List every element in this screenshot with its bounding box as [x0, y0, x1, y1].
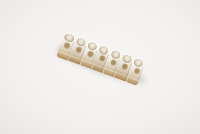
terminal-strip [56, 32, 146, 86]
inner-screw [132, 66, 141, 76]
segment-groove [116, 72, 127, 77]
inner-screw [98, 53, 107, 63]
segment-groove [128, 76, 139, 81]
segment-groove [82, 60, 93, 65]
segment-groove [105, 68, 116, 73]
inner-screw [121, 62, 130, 72]
segment-groove [58, 51, 70, 56]
product-photo [0, 0, 200, 134]
inner-screw [75, 45, 84, 55]
segment-groove [70, 55, 81, 60]
segment-groove [93, 64, 104, 69]
inner-screw [86, 49, 95, 59]
